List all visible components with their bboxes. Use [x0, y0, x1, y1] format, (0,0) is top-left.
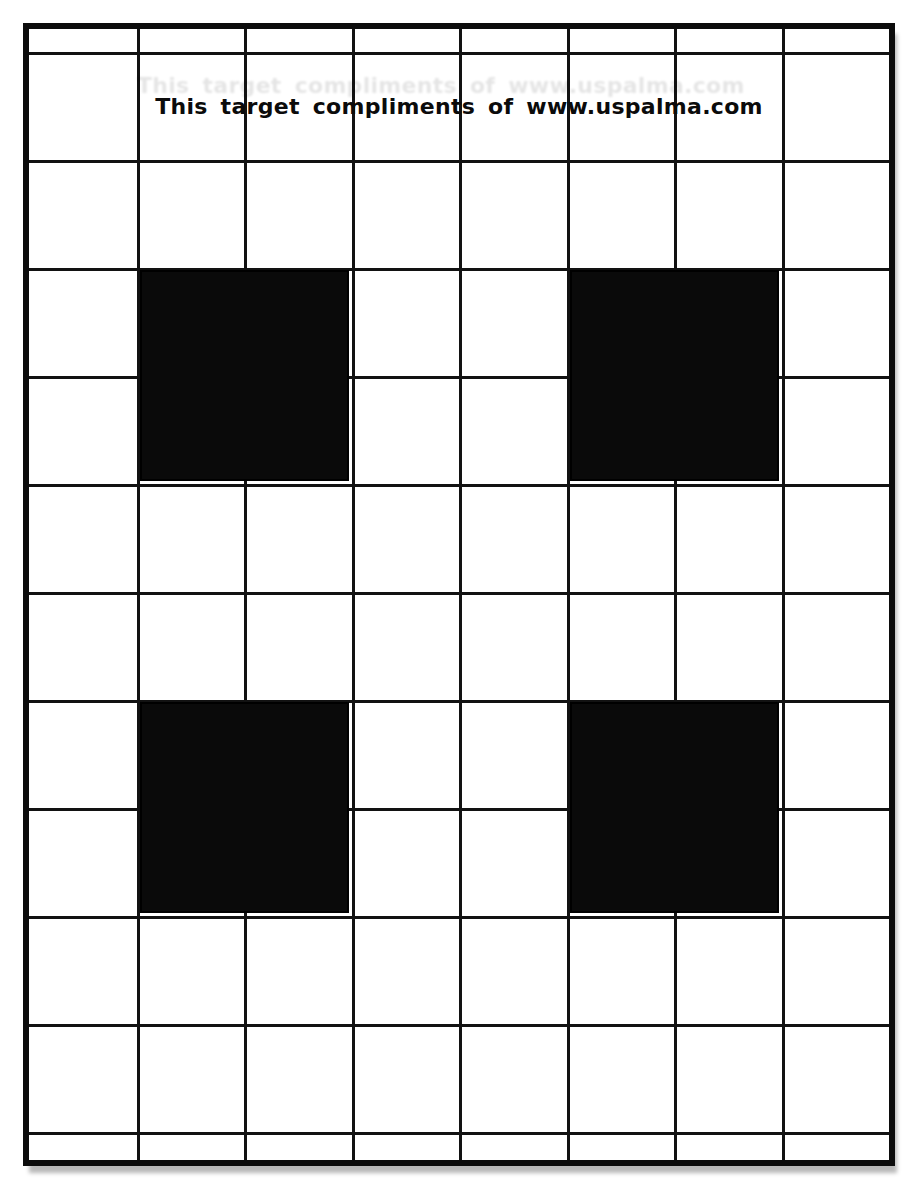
grid-cell: [674, 592, 782, 700]
grid-cell: [459, 29, 567, 52]
lower-right-black-square: [570, 702, 779, 913]
grid-cell: [137, 1024, 245, 1132]
grid-cell: [29, 916, 137, 1024]
grid-cell: [352, 916, 460, 1024]
grid-cell: [567, 1132, 675, 1160]
grid-cell: [674, 1024, 782, 1132]
grid-cell: [782, 592, 890, 700]
grid-cell: [674, 916, 782, 1024]
grid-cell: [674, 1132, 782, 1160]
grid-cell: [352, 592, 460, 700]
grid-cell: [29, 268, 137, 376]
grid-cell: [29, 592, 137, 700]
grid-cell: [674, 484, 782, 592]
grid-cell: [459, 916, 567, 1024]
grid-cell: [29, 29, 137, 52]
grid-cell: [567, 916, 675, 1024]
grid-cell: [244, 1132, 352, 1160]
grid-cell: [244, 52, 352, 160]
grid-cell: [29, 700, 137, 808]
grid-cell: [782, 29, 890, 52]
upper-left-black-square: [140, 270, 349, 481]
grid-cell: [674, 29, 782, 52]
grid-cell: [459, 484, 567, 592]
grid-cell: [459, 376, 567, 484]
grid-cell: [459, 700, 567, 808]
grid-cell: [352, 160, 460, 268]
grid-cell: [137, 916, 245, 1024]
grid-cell: [459, 1132, 567, 1160]
grid-cell: [352, 376, 460, 484]
grid-cell: [352, 700, 460, 808]
grid-cell: [782, 700, 890, 808]
grid-cell: [782, 52, 890, 160]
grid-cell: [567, 160, 675, 268]
grid-cell: [782, 1132, 890, 1160]
grid-cell: [352, 808, 460, 916]
grid-cell: [459, 1024, 567, 1132]
grid-cell: [459, 268, 567, 376]
grid-cell: [29, 376, 137, 484]
grid-cell: [137, 52, 245, 160]
lower-left-black-square: [140, 702, 349, 913]
grid-cell: [244, 916, 352, 1024]
grid-cell: [29, 52, 137, 160]
grid-cell: [782, 808, 890, 916]
grid-cell: [782, 160, 890, 268]
grid-cell: [567, 52, 675, 160]
grid-cell: [782, 268, 890, 376]
grid-cell: [352, 484, 460, 592]
target-grid: This target compliments of www.uspalma.c…: [23, 23, 895, 1166]
grid-cell: [352, 29, 460, 52]
grid-cell: [459, 52, 567, 160]
grid-cell: [782, 376, 890, 484]
grid-cell: [567, 1024, 675, 1132]
grid-cell: [137, 484, 245, 592]
grid-cell: [244, 1024, 352, 1132]
grid-cell: [567, 484, 675, 592]
grid-cell: [29, 484, 137, 592]
grid-cell: [29, 808, 137, 916]
grid-cell: [352, 1132, 460, 1160]
grid-cell: [782, 916, 890, 1024]
upper-right-black-square: [570, 270, 779, 481]
grid-cell: [567, 29, 675, 52]
grid-cell: [459, 160, 567, 268]
grid-cell: [782, 484, 890, 592]
grid-cell: [244, 484, 352, 592]
grid-cell: [459, 808, 567, 916]
grid-cell: [674, 52, 782, 160]
grid-cell: [244, 160, 352, 268]
grid-cell: [352, 52, 460, 160]
grid-cell: [352, 1024, 460, 1132]
grid-cell: [352, 268, 460, 376]
grid-cell: [244, 29, 352, 52]
grid-cell: [137, 29, 245, 52]
grid-cell: [782, 1024, 890, 1132]
grid-cell: [29, 1132, 137, 1160]
grid-cell: [137, 1132, 245, 1160]
grid-cell: [567, 592, 675, 700]
grid-cell: [29, 1024, 137, 1132]
grid-cell: [29, 160, 137, 268]
grid-cell: [137, 592, 245, 700]
grid-cell: [459, 592, 567, 700]
grid-cell: [674, 160, 782, 268]
grid-cell: [137, 160, 245, 268]
grid-cell: [244, 592, 352, 700]
